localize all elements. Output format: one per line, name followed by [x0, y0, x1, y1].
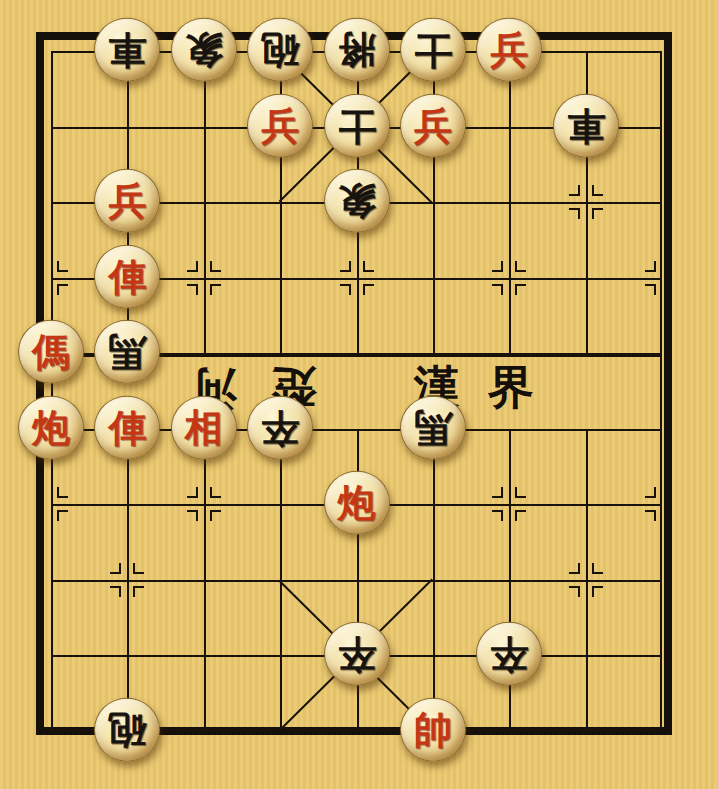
position-marker-corner	[515, 261, 526, 272]
piece-black-horse[interactable]: 馬	[400, 395, 466, 459]
position-marker	[645, 487, 679, 521]
position-marker-corner	[592, 563, 603, 574]
position-marker-corner	[569, 586, 580, 597]
piece-black-chariot[interactable]: 車	[553, 93, 619, 157]
red-chariot-glyph: 俥	[108, 408, 146, 446]
piece-black-advisor[interactable]: 士	[400, 18, 466, 82]
position-marker-corner	[492, 261, 503, 272]
position-marker	[492, 261, 526, 295]
black-advisor-glyph: 士	[338, 106, 376, 144]
piece-black-general[interactable]: 將	[324, 18, 390, 82]
position-marker-corner	[187, 284, 198, 295]
position-marker-corner	[645, 284, 656, 295]
black-soldier-glyph: 卒	[490, 635, 528, 673]
position-marker	[187, 487, 221, 521]
position-marker-corner	[592, 208, 603, 219]
position-marker-corner	[515, 284, 526, 295]
black-horse-glyph: 馬	[414, 408, 452, 446]
position-marker-corner	[210, 510, 221, 521]
black-chariot-glyph: 車	[567, 106, 605, 144]
position-marker-corner	[57, 284, 68, 295]
position-marker	[645, 261, 679, 295]
position-marker	[34, 261, 68, 295]
position-marker	[340, 261, 374, 295]
piece-black-cannon[interactable]: 砲	[94, 698, 160, 762]
piece-black-cannon[interactable]: 砲	[247, 18, 313, 82]
board-cell	[586, 655, 662, 731]
board-cell	[586, 353, 662, 429]
position-marker-corner	[592, 185, 603, 196]
red-soldier-glyph: 兵	[414, 106, 452, 144]
position-marker-corner	[340, 261, 351, 272]
position-marker-corner	[133, 563, 144, 574]
red-chariot-glyph: 俥	[108, 257, 146, 295]
black-elephant-glyph: 象	[185, 31, 223, 69]
position-marker	[34, 487, 68, 521]
piece-red-horse[interactable]: 傌	[18, 320, 84, 384]
red-soldier-glyph: 兵	[108, 182, 146, 220]
position-marker-corner	[645, 261, 656, 272]
position-marker	[110, 563, 144, 597]
position-marker-corner	[645, 487, 656, 498]
position-marker	[569, 563, 603, 597]
piece-red-soldier[interactable]: 兵	[400, 93, 466, 157]
piece-black-soldier[interactable]: 卒	[324, 622, 390, 686]
black-general-glyph: 將	[338, 31, 376, 69]
piece-red-cannon[interactable]: 炮	[324, 471, 390, 535]
position-marker-corner	[569, 563, 580, 574]
position-marker-corner	[133, 586, 144, 597]
black-cannon-glyph: 砲	[108, 711, 146, 749]
position-marker	[569, 185, 603, 219]
piece-red-soldier[interactable]: 兵	[94, 169, 160, 233]
position-marker-corner	[592, 586, 603, 597]
position-marker-corner	[363, 284, 374, 295]
position-marker-corner	[57, 487, 68, 498]
board-cell	[204, 580, 280, 656]
position-marker-corner	[187, 487, 198, 498]
piece-black-horse[interactable]: 馬	[94, 320, 160, 384]
position-marker-corner	[515, 487, 526, 498]
piece-black-elephant[interactable]: 象	[324, 169, 390, 233]
position-marker-corner	[492, 487, 503, 498]
black-advisor-glyph: 士	[414, 31, 452, 69]
red-soldier-glyph: 兵	[490, 31, 528, 69]
position-marker-corner	[569, 185, 580, 196]
piece-black-advisor[interactable]: 士	[324, 93, 390, 157]
black-soldier-glyph: 卒	[261, 408, 299, 446]
position-marker-corner	[187, 510, 198, 521]
position-marker-corner	[210, 284, 221, 295]
position-marker-corner	[645, 510, 656, 521]
position-marker-corner	[110, 563, 121, 574]
red-horse-glyph: 傌	[32, 333, 70, 371]
piece-black-soldier[interactable]: 卒	[476, 622, 542, 686]
position-marker	[187, 261, 221, 295]
piece-black-soldier[interactable]: 卒	[247, 395, 313, 459]
position-marker-corner	[210, 487, 221, 498]
red-cannon-glyph: 炮	[32, 408, 70, 446]
black-cannon-glyph: 砲	[261, 31, 299, 69]
piece-red-elephant[interactable]: 相	[171, 395, 237, 459]
position-marker-corner	[110, 586, 121, 597]
piece-red-chariot[interactable]: 俥	[94, 395, 160, 459]
position-marker-corner	[515, 510, 526, 521]
xiangqi-board: 楚河 漢界 車象砲將士兵兵士兵車兵象俥傌馬炮俥相卒馬炮卒卒砲帥	[0, 0, 718, 789]
position-marker-corner	[340, 284, 351, 295]
red-elephant-glyph: 相	[185, 408, 223, 446]
board-cell	[204, 655, 280, 731]
piece-black-elephant[interactable]: 象	[171, 18, 237, 82]
position-marker-corner	[363, 261, 374, 272]
position-marker-corner	[187, 261, 198, 272]
black-elephant-glyph: 象	[338, 182, 376, 220]
piece-red-soldier[interactable]: 兵	[476, 18, 542, 82]
red-soldier-glyph: 兵	[261, 106, 299, 144]
position-marker-corner	[57, 510, 68, 521]
piece-red-general[interactable]: 帥	[400, 698, 466, 762]
piece-red-soldier[interactable]: 兵	[247, 93, 313, 157]
position-marker	[492, 487, 526, 521]
black-chariot-glyph: 車	[108, 31, 146, 69]
black-soldier-glyph: 卒	[338, 635, 376, 673]
position-marker-corner	[492, 284, 503, 295]
black-horse-glyph: 馬	[108, 333, 146, 371]
position-marker-corner	[57, 261, 68, 272]
piece-red-cannon[interactable]: 炮	[18, 395, 84, 459]
piece-red-chariot[interactable]: 俥	[94, 244, 160, 308]
red-cannon-glyph: 炮	[338, 484, 376, 522]
position-marker-corner	[210, 261, 221, 272]
position-marker-corner	[569, 208, 580, 219]
piece-black-chariot[interactable]: 車	[94, 18, 160, 82]
position-marker-corner	[492, 510, 503, 521]
red-general-glyph: 帥	[414, 711, 452, 749]
